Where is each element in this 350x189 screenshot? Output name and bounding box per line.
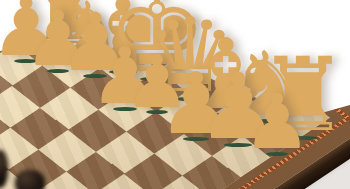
white-pawn-8-felt-base <box>266 152 289 156</box>
chess-set-photo: ♜♞♟♟♝♟♚♛♟♟♝♞♜♟♟♟ <box>0 0 350 189</box>
black-piece-blurred-bottom <box>15 170 45 189</box>
white-pawn-8: ♟ <box>231 84 322 160</box>
